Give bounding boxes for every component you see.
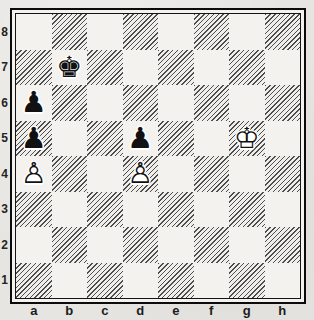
board-squares: ♚♚♟♟♟♟♟♟♚♔♟♙♟♙: [15, 13, 301, 299]
square-g7[interactable]: [229, 50, 265, 86]
black-pawn-glyph: ♟: [127, 124, 153, 153]
black-king-glyph: ♚: [56, 53, 82, 82]
square-a2[interactable]: [16, 227, 52, 263]
black-pawn-glyph: ♟: [21, 124, 47, 153]
rank-label-6: 6: [0, 85, 9, 121]
piece-white-king-g5: ♚♔: [229, 121, 265, 157]
square-h2[interactable]: [265, 227, 301, 263]
white-king-glyph: ♔: [234, 124, 260, 153]
square-f6[interactable]: [194, 85, 230, 121]
square-a4[interactable]: ♟♙: [16, 156, 52, 192]
chess-board-diagram: 87654321 ♚♚♟♟♟♟♟♟♚♔♟♙♟♙ abcdefgh: [0, 0, 314, 320]
square-f3[interactable]: [194, 192, 230, 228]
square-c3[interactable]: [87, 192, 123, 228]
square-e5[interactable]: [158, 121, 194, 157]
square-b7[interactable]: ♚♚: [52, 50, 88, 86]
black-pawn-glyph: ♟: [21, 88, 47, 117]
rank-label-1: 1: [0, 263, 9, 299]
square-f2[interactable]: [194, 227, 230, 263]
square-g4[interactable]: [229, 156, 265, 192]
rank-label-5: 5: [0, 121, 9, 157]
square-c8[interactable]: [87, 14, 123, 50]
rank-label-7: 7: [0, 50, 9, 86]
piece-black-king-b7: ♚♚: [52, 50, 88, 86]
square-f7[interactable]: [194, 50, 230, 86]
piece-black-pawn-d5: ♟♟: [123, 121, 159, 157]
rank-label-4: 4: [0, 156, 9, 192]
board-frame: ♚♚♟♟♟♟♟♟♚♔♟♙♟♙: [10, 8, 306, 304]
square-d5[interactable]: ♟♟: [123, 121, 159, 157]
square-c7[interactable]: [87, 50, 123, 86]
square-h5[interactable]: [265, 121, 301, 157]
square-h7[interactable]: [265, 50, 301, 86]
square-a6[interactable]: ♟♟: [16, 85, 52, 121]
file-label-e: e: [158, 303, 194, 319]
rank-label-3: 3: [0, 192, 9, 228]
square-b2[interactable]: [52, 227, 88, 263]
square-a1[interactable]: [16, 263, 52, 299]
square-d6[interactable]: [123, 85, 159, 121]
file-label-f: f: [194, 303, 230, 319]
square-h1[interactable]: [265, 263, 301, 299]
file-labels: abcdefgh: [16, 303, 300, 319]
square-a5[interactable]: ♟♟: [16, 121, 52, 157]
file-label-d: d: [123, 303, 159, 319]
square-e3[interactable]: [158, 192, 194, 228]
square-d8[interactable]: [123, 14, 159, 50]
square-c2[interactable]: [87, 227, 123, 263]
square-a3[interactable]: [16, 192, 52, 228]
rank-label-2: 2: [0, 227, 9, 263]
square-g3[interactable]: [229, 192, 265, 228]
square-c6[interactable]: [87, 85, 123, 121]
file-label-c: c: [87, 303, 123, 319]
square-e6[interactable]: [158, 85, 194, 121]
square-h8[interactable]: [265, 14, 301, 50]
square-e8[interactable]: [158, 14, 194, 50]
square-d2[interactable]: [123, 227, 159, 263]
square-d3[interactable]: [123, 192, 159, 228]
square-c5[interactable]: [87, 121, 123, 157]
piece-white-pawn-a4: ♟♙: [16, 156, 52, 192]
file-label-h: h: [265, 303, 301, 319]
rank-labels: 87654321: [0, 14, 9, 298]
square-d4[interactable]: ♟♙: [123, 156, 159, 192]
square-h6[interactable]: [265, 85, 301, 121]
square-g5[interactable]: ♚♔: [229, 121, 265, 157]
square-b4[interactable]: [52, 156, 88, 192]
square-e2[interactable]: [158, 227, 194, 263]
square-d1[interactable]: [123, 263, 159, 299]
square-h4[interactable]: [265, 156, 301, 192]
square-e4[interactable]: [158, 156, 194, 192]
rank-label-8: 8: [0, 14, 9, 50]
piece-black-pawn-a6: ♟♟: [16, 85, 52, 121]
file-label-a: a: [16, 303, 52, 319]
square-h3[interactable]: [265, 192, 301, 228]
square-e7[interactable]: [158, 50, 194, 86]
piece-white-pawn-d4: ♟♙: [123, 156, 159, 192]
square-b1[interactable]: [52, 263, 88, 299]
square-e1[interactable]: [158, 263, 194, 299]
piece-black-pawn-a5: ♟♟: [16, 121, 52, 157]
square-b6[interactable]: [52, 85, 88, 121]
square-g1[interactable]: [229, 263, 265, 299]
square-c1[interactable]: [87, 263, 123, 299]
square-f5[interactable]: [194, 121, 230, 157]
square-f4[interactable]: [194, 156, 230, 192]
square-f8[interactable]: [194, 14, 230, 50]
square-g6[interactable]: [229, 85, 265, 121]
square-g8[interactable]: [229, 14, 265, 50]
white-pawn-glyph: ♙: [21, 159, 47, 188]
square-a7[interactable]: [16, 50, 52, 86]
square-b3[interactable]: [52, 192, 88, 228]
square-c4[interactable]: [87, 156, 123, 192]
square-b5[interactable]: [52, 121, 88, 157]
square-g2[interactable]: [229, 227, 265, 263]
square-f1[interactable]: [194, 263, 230, 299]
square-a8[interactable]: [16, 14, 52, 50]
file-label-b: b: [52, 303, 88, 319]
file-label-g: g: [229, 303, 265, 319]
square-d7[interactable]: [123, 50, 159, 86]
white-pawn-glyph: ♙: [127, 159, 153, 188]
square-b8[interactable]: [52, 14, 88, 50]
